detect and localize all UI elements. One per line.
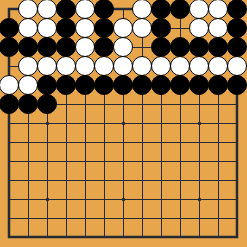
intersection[interactable] [133,171,152,190]
intersection[interactable]: ● [152,19,171,38]
intersection[interactable]: ○ [209,57,228,76]
intersection[interactable] [209,209,228,228]
intersection[interactable]: ○ [190,57,209,76]
black-stone: ● [75,75,95,95]
intersection[interactable] [171,190,190,209]
intersection[interactable]: ○ [38,57,57,76]
intersection[interactable]: ● [19,38,38,57]
intersection[interactable] [76,209,95,228]
white-stone: ○ [113,56,133,76]
intersection[interactable]: ○ [133,0,152,19]
intersection[interactable] [152,152,171,171]
intersection[interactable] [76,152,95,171]
white-stone: ○ [208,0,228,19]
intersection[interactable] [133,38,152,57]
intersection[interactable] [38,171,57,190]
intersection[interactable] [114,0,133,19]
intersection[interactable] [0,190,19,209]
intersection[interactable]: ○ [38,19,57,38]
black-stone: ● [227,37,247,57]
intersection[interactable]: ● [76,76,95,95]
black-stone: ● [170,37,190,57]
intersection[interactable]: ● [0,38,19,57]
intersection[interactable] [19,152,38,171]
intersection[interactable] [209,95,228,114]
intersection[interactable] [76,95,95,114]
intersection[interactable] [95,190,114,209]
intersection[interactable] [76,133,95,152]
black-stone: ● [189,75,209,95]
intersection[interactable] [57,190,76,209]
intersection[interactable] [19,114,38,133]
intersection[interactable]: ● [38,95,57,114]
intersection[interactable]: ○ [133,19,152,38]
black-stone: ● [37,37,57,57]
intersection[interactable] [190,171,209,190]
white-stone: ○ [75,56,95,76]
black-stone: ● [56,75,76,95]
black-stone: ● [18,37,38,57]
intersection[interactable] [209,133,228,152]
black-stone: ● [227,75,247,95]
white-stone: ○ [151,56,171,76]
intersection[interactable] [114,190,133,209]
black-stone: ● [56,0,76,19]
intersection[interactable] [152,114,171,133]
intersection[interactable]: ● [0,95,19,114]
intersection[interactable]: ● [95,76,114,95]
white-stone: ○ [18,18,38,38]
intersection[interactable]: ○ [114,19,133,38]
intersection[interactable] [228,190,247,209]
intersection[interactable]: ○ [19,19,38,38]
white-stone: ○ [75,0,95,19]
black-stone: ● [94,18,114,38]
black-stone: ● [208,75,228,95]
intersection[interactable] [57,171,76,190]
intersection[interactable]: ● [133,76,152,95]
intersection[interactable] [114,114,133,133]
intersection[interactable]: ● [0,19,19,38]
intersection[interactable] [0,171,19,190]
intersection[interactable] [95,171,114,190]
intersection[interactable] [38,114,57,133]
black-stone: ● [94,0,114,19]
intersection[interactable] [19,171,38,190]
intersection[interactable] [0,209,19,228]
intersection[interactable] [114,228,133,247]
intersection[interactable]: ○ [19,0,38,19]
intersection[interactable]: ○ [152,57,171,76]
intersection[interactable]: ○ [38,0,57,19]
white-stone: ○ [189,0,209,19]
intersection[interactable] [133,190,152,209]
white-stone: ○ [113,18,133,38]
intersection[interactable]: ● [95,0,114,19]
white-stone: ○ [18,0,38,19]
intersection[interactable] [171,209,190,228]
intersection[interactable]: ● [190,38,209,57]
intersection[interactable]: ○ [190,0,209,19]
intersection[interactable]: ○ [0,76,19,95]
intersection[interactable]: ● [38,76,57,95]
intersection[interactable]: ● [152,76,171,95]
intersection[interactable]: ○ [114,57,133,76]
white-stone: ○ [189,18,209,38]
intersection[interactable] [228,209,247,228]
intersection[interactable] [0,57,19,76]
intersection[interactable] [152,133,171,152]
black-stone: ● [113,75,133,95]
intersection[interactable] [57,133,76,152]
intersection[interactable] [19,228,38,247]
intersection[interactable] [133,133,152,152]
intersection[interactable] [152,209,171,228]
intersection[interactable]: ● [152,38,171,57]
intersection[interactable] [190,152,209,171]
intersection[interactable] [190,190,209,209]
intersection[interactable] [57,228,76,247]
white-stone: ○ [132,18,152,38]
intersection[interactable] [133,95,152,114]
intersection[interactable] [57,152,76,171]
intersection[interactable]: ● [114,76,133,95]
intersection[interactable] [209,190,228,209]
intersection[interactable] [152,190,171,209]
intersection[interactable] [38,228,57,247]
white-stone: ○ [75,37,95,57]
go-board: ○○●○●○●●○○●●○○●○●○○●○○●●●●●○●○●●●●●○○○○○… [0,0,247,247]
intersection[interactable] [209,228,228,247]
intersection[interactable] [190,228,209,247]
white-stone: ○ [37,0,57,19]
stones-layer: ○○●○●○●●○○●●○○●○●○○●○○●●●●●○●○●●●●●○○○○○… [0,0,247,247]
black-stone: ● [37,75,57,95]
intersection[interactable]: ● [38,38,57,57]
intersection[interactable] [95,114,114,133]
intersection[interactable]: ● [228,19,247,38]
intersection[interactable] [152,228,171,247]
intersection[interactable] [133,209,152,228]
intersection[interactable] [57,209,76,228]
intersection[interactable]: ● [57,0,76,19]
intersection[interactable] [38,209,57,228]
intersection[interactable]: ● [57,19,76,38]
intersection[interactable]: ○ [76,38,95,57]
intersection[interactable] [57,95,76,114]
intersection[interactable] [114,171,133,190]
intersection[interactable] [190,114,209,133]
intersection[interactable]: ● [171,38,190,57]
intersection[interactable] [38,133,57,152]
black-stone: ● [94,37,114,57]
intersection[interactable] [95,209,114,228]
intersection[interactable]: ○ [95,57,114,76]
intersection[interactable]: ○ [133,57,152,76]
intersection[interactable] [0,152,19,171]
white-stone: ○ [208,56,228,76]
intersection[interactable]: ○ [228,57,247,76]
intersection[interactable] [228,171,247,190]
white-stone: ○ [56,56,76,76]
intersection[interactable] [0,114,19,133]
intersection[interactable]: ● [19,95,38,114]
intersection[interactable] [133,152,152,171]
intersection[interactable] [133,228,152,247]
intersection[interactable] [19,209,38,228]
intersection[interactable] [171,152,190,171]
black-stone: ● [151,37,171,57]
white-stone: ○ [189,56,209,76]
intersection[interactable] [152,171,171,190]
intersection[interactable]: ○ [76,57,95,76]
intersection[interactable] [228,228,247,247]
black-stone: ● [189,37,209,57]
black-stone: ● [56,18,76,38]
intersection[interactable]: ● [228,38,247,57]
white-stone: ○ [170,56,190,76]
black-stone: ● [227,18,247,38]
intersection[interactable] [228,152,247,171]
intersection[interactable] [209,114,228,133]
black-stone: ● [208,37,228,57]
white-stone: ○ [132,0,152,19]
intersection[interactable] [190,209,209,228]
white-stone: ○ [132,56,152,76]
white-stone: ○ [113,37,133,57]
black-stone: ● [37,94,57,114]
intersection[interactable] [114,133,133,152]
black-stone: ● [0,18,19,38]
intersection[interactable] [57,114,76,133]
white-stone: ○ [37,56,57,76]
intersection[interactable]: ● [209,38,228,57]
intersection[interactable] [171,19,190,38]
white-stone: ○ [18,75,38,95]
intersection[interactable]: ○ [57,57,76,76]
intersection[interactable] [76,171,95,190]
intersection[interactable]: ● [152,0,171,19]
intersection[interactable] [76,228,95,247]
black-stone: ● [151,18,171,38]
intersection[interactable] [0,0,19,19]
intersection[interactable] [171,228,190,247]
intersection[interactable] [95,133,114,152]
intersection[interactable] [209,152,228,171]
intersection[interactable]: ● [95,38,114,57]
black-stone: ● [170,75,190,95]
intersection[interactable] [76,114,95,133]
intersection[interactable] [228,114,247,133]
intersection[interactable] [38,152,57,171]
black-stone: ● [227,0,247,19]
intersection[interactable] [114,209,133,228]
black-stone: ● [56,37,76,57]
black-stone: ● [18,94,38,114]
intersection[interactable] [171,133,190,152]
intersection[interactable] [228,95,247,114]
intersection[interactable]: ○ [114,38,133,57]
white-stone: ○ [208,18,228,38]
intersection[interactable] [76,190,95,209]
white-stone: ○ [227,56,247,76]
intersection[interactable] [190,95,209,114]
intersection[interactable]: ● [95,19,114,38]
intersection[interactable] [171,114,190,133]
white-stone: ○ [0,75,19,95]
intersection[interactable]: ● [228,0,247,19]
intersection[interactable]: ● [57,76,76,95]
intersection[interactable]: ○ [190,19,209,38]
intersection[interactable]: ● [171,0,190,19]
black-stone: ● [151,75,171,95]
intersection[interactable] [190,133,209,152]
intersection[interactable] [95,152,114,171]
white-stone: ○ [94,56,114,76]
intersection[interactable] [0,228,19,247]
intersection[interactable] [171,95,190,114]
intersection[interactable] [133,114,152,133]
intersection[interactable]: ● [228,76,247,95]
intersection[interactable]: ○ [76,19,95,38]
white-stone: ○ [37,18,57,38]
intersection[interactable]: ○ [171,57,190,76]
black-stone: ● [170,0,190,19]
intersection[interactable] [0,133,19,152]
intersection[interactable]: ● [171,76,190,95]
intersection[interactable] [95,95,114,114]
intersection[interactable]: ○ [19,57,38,76]
black-stone: ● [94,75,114,95]
intersection[interactable] [152,95,171,114]
white-stone: ○ [18,56,38,76]
intersection[interactable] [19,190,38,209]
intersection[interactable]: ○ [209,19,228,38]
black-stone: ● [151,0,171,19]
black-stone: ● [132,75,152,95]
intersection[interactable]: ● [209,76,228,95]
intersection[interactable]: ● [57,38,76,57]
intersection[interactable] [171,171,190,190]
intersection[interactable] [114,152,133,171]
intersection[interactable] [114,95,133,114]
intersection[interactable]: ● [190,76,209,95]
intersection[interactable]: ○ [209,0,228,19]
intersection[interactable] [95,228,114,247]
black-stone: ● [0,37,19,57]
intersection[interactable]: ○ [76,0,95,19]
white-stone: ○ [75,18,95,38]
black-stone: ● [0,94,19,114]
intersection[interactable]: ○ [19,76,38,95]
intersection[interactable] [209,171,228,190]
intersection[interactable] [38,190,57,209]
intersection[interactable] [228,133,247,152]
intersection[interactable] [19,133,38,152]
